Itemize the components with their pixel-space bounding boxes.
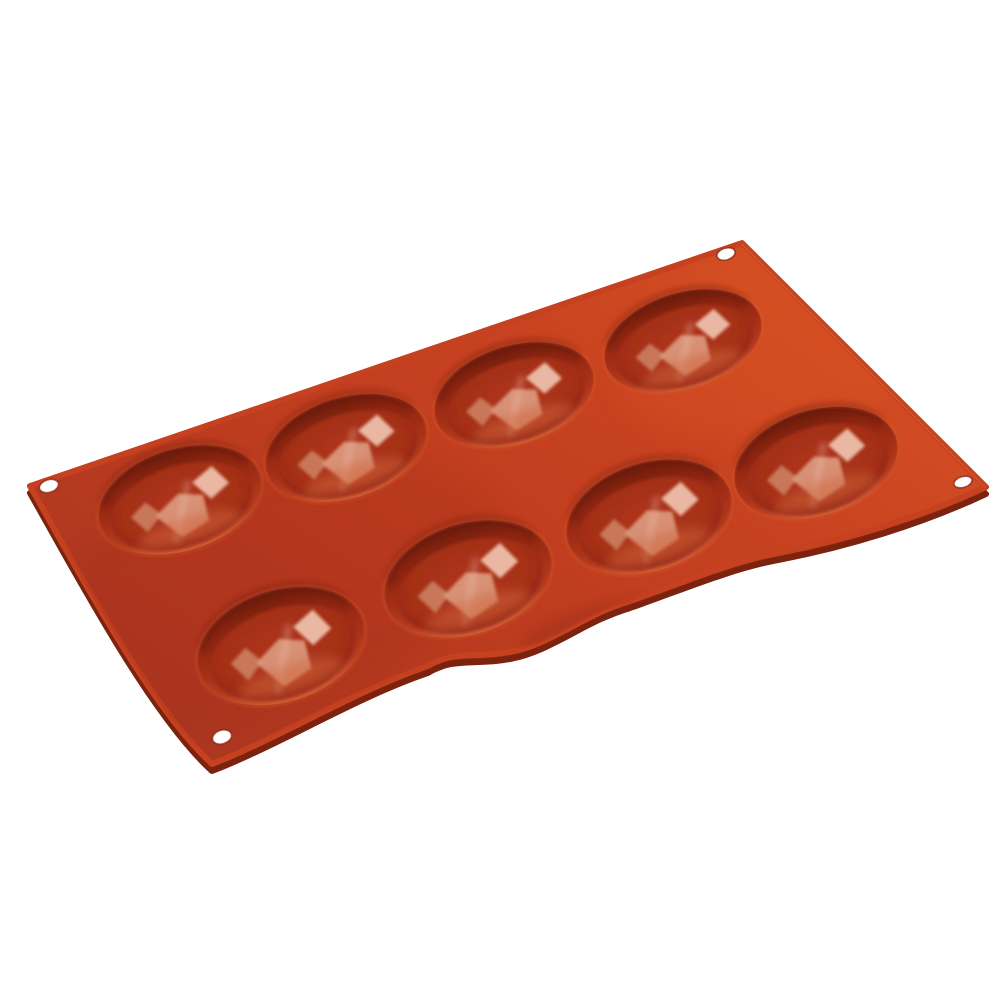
- photo-background: [0, 0, 1000, 1000]
- product-photo: [0, 0, 1000, 1000]
